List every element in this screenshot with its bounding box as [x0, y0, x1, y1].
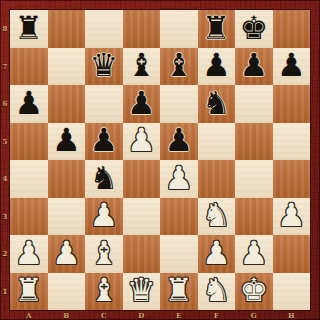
square-e3[interactable] — [160, 198, 198, 236]
white-bishop-c1[interactable]: ♝ — [85, 272, 123, 310]
square-h2[interactable] — [273, 235, 311, 273]
square-f5[interactable] — [198, 123, 236, 161]
square-c7[interactable]: ♛ — [85, 48, 123, 86]
rank-label-4: 4 — [0, 160, 10, 198]
square-e4[interactable]: ♟ — [160, 160, 198, 198]
file-label-e: E — [160, 310, 198, 320]
white-queen-d1[interactable]: ♛ — [123, 272, 161, 310]
white-pawn-d5[interactable]: ♟ — [123, 122, 161, 160]
square-h6[interactable] — [273, 85, 311, 123]
square-h8[interactable] — [273, 10, 311, 48]
chess-board: ♜♜♚♛♝♝♟♟♟♟♟♞♟♟♟♟♞♟♟♞♟♟♟♝♟♟♜♝♛♜♞♚ — [10, 10, 310, 310]
square-g1[interactable]: ♚ — [235, 273, 273, 311]
square-g2[interactable]: ♟ — [235, 235, 273, 273]
square-f6[interactable]: ♞ — [198, 85, 236, 123]
white-pawn-b2[interactable]: ♟ — [48, 234, 86, 272]
square-f4[interactable] — [198, 160, 236, 198]
square-e6[interactable] — [160, 85, 198, 123]
square-c6[interactable] — [85, 85, 123, 123]
file-label-a: A — [10, 310, 48, 320]
square-c4[interactable]: ♞ — [85, 160, 123, 198]
square-d1[interactable]: ♛ — [123, 273, 161, 311]
square-g3[interactable] — [235, 198, 273, 236]
rank-label-2: 2 — [0, 235, 10, 273]
square-e1[interactable]: ♜ — [160, 273, 198, 311]
white-king-g1[interactable]: ♚ — [235, 272, 273, 310]
rank-label-7: 7 — [0, 48, 10, 86]
square-h1[interactable] — [273, 273, 311, 311]
square-h3[interactable]: ♟ — [273, 198, 311, 236]
black-pawn-a6[interactable]: ♟ — [10, 84, 48, 122]
square-h7[interactable]: ♟ — [273, 48, 311, 86]
square-b3[interactable] — [48, 198, 86, 236]
square-b4[interactable] — [48, 160, 86, 198]
square-d7[interactable]: ♝ — [123, 48, 161, 86]
rank-label-6: 6 — [0, 85, 10, 123]
square-d6[interactable]: ♟ — [123, 85, 161, 123]
black-pawn-f7[interactable]: ♟ — [198, 47, 236, 85]
file-label-d: D — [123, 310, 161, 320]
black-rook-a8[interactable]: ♜ — [10, 9, 48, 47]
black-knight-f6[interactable]: ♞ — [198, 84, 236, 122]
black-knight-c4[interactable]: ♞ — [85, 159, 123, 197]
file-label-c: C — [85, 310, 123, 320]
square-d3[interactable] — [123, 198, 161, 236]
square-a3[interactable] — [10, 198, 48, 236]
white-pawn-e4[interactable]: ♟ — [160, 159, 198, 197]
square-b8[interactable] — [48, 10, 86, 48]
square-a8[interactable]: ♜ — [10, 10, 48, 48]
white-knight-f1[interactable]: ♞ — [198, 272, 236, 310]
square-a1[interactable]: ♜ — [10, 273, 48, 311]
square-b1[interactable] — [48, 273, 86, 311]
square-a6[interactable]: ♟ — [10, 85, 48, 123]
white-pawn-f2[interactable]: ♟ — [198, 234, 236, 272]
rank-label-3: 3 — [0, 198, 10, 236]
white-pawn-c3[interactable]: ♟ — [85, 197, 123, 235]
square-a2[interactable]: ♟ — [10, 235, 48, 273]
white-bishop-c2[interactable]: ♝ — [85, 234, 123, 272]
square-d2[interactable] — [123, 235, 161, 273]
file-label-f: F — [198, 310, 236, 320]
black-pawn-h7[interactable]: ♟ — [273, 47, 311, 85]
white-rook-a1[interactable]: ♜ — [10, 272, 48, 310]
square-d4[interactable] — [123, 160, 161, 198]
black-bishop-d7[interactable]: ♝ — [123, 47, 161, 85]
square-f8[interactable]: ♜ — [198, 10, 236, 48]
square-f7[interactable]: ♟ — [198, 48, 236, 86]
white-knight-f3[interactable]: ♞ — [198, 197, 236, 235]
square-c3[interactable]: ♟ — [85, 198, 123, 236]
square-c5[interactable]: ♟ — [85, 123, 123, 161]
square-e7[interactable]: ♝ — [160, 48, 198, 86]
square-d5[interactable]: ♟ — [123, 123, 161, 161]
square-c2[interactable]: ♝ — [85, 235, 123, 273]
square-g4[interactable] — [235, 160, 273, 198]
black-bishop-e7[interactable]: ♝ — [160, 47, 198, 85]
square-g7[interactable]: ♟ — [235, 48, 273, 86]
black-queen-c7[interactable]: ♛ — [85, 47, 123, 85]
square-a5[interactable] — [10, 123, 48, 161]
black-pawn-b5[interactable]: ♟ — [48, 122, 86, 160]
file-label-g: G — [235, 310, 273, 320]
white-pawn-a2[interactable]: ♟ — [10, 234, 48, 272]
square-a4[interactable] — [10, 160, 48, 198]
black-king-g8[interactable]: ♚ — [235, 9, 273, 47]
square-d8[interactable] — [123, 10, 161, 48]
square-f1[interactable]: ♞ — [198, 273, 236, 311]
black-pawn-e5[interactable]: ♟ — [160, 122, 198, 160]
square-b2[interactable]: ♟ — [48, 235, 86, 273]
rank-label-8: 8 — [0, 10, 10, 48]
file-label-h: H — [273, 310, 311, 320]
square-b7[interactable] — [48, 48, 86, 86]
square-f3[interactable]: ♞ — [198, 198, 236, 236]
square-c8[interactable] — [85, 10, 123, 48]
square-g6[interactable] — [235, 85, 273, 123]
square-b5[interactable]: ♟ — [48, 123, 86, 161]
square-g5[interactable] — [235, 123, 273, 161]
square-e8[interactable] — [160, 10, 198, 48]
black-pawn-g7[interactable]: ♟ — [235, 47, 273, 85]
black-pawn-d6[interactable]: ♟ — [123, 84, 161, 122]
white-pawn-g2[interactable]: ♟ — [235, 234, 273, 272]
white-rook-e1[interactable]: ♜ — [160, 272, 198, 310]
square-c1[interactable]: ♝ — [85, 273, 123, 311]
chess-board-frame: ♜♜♚♛♝♝♟♟♟♟♟♞♟♟♟♟♞♟♟♞♟♟♟♝♟♟♜♝♛♜♞♚ 8765432… — [0, 0, 320, 320]
square-b6[interactable] — [48, 85, 86, 123]
rank-label-5: 5 — [0, 123, 10, 161]
square-h4[interactable] — [273, 160, 311, 198]
white-pawn-h3[interactable]: ♟ — [273, 197, 311, 235]
square-f2[interactable]: ♟ — [198, 235, 236, 273]
square-a7[interactable] — [10, 48, 48, 86]
square-g8[interactable]: ♚ — [235, 10, 273, 48]
black-rook-f8[interactable]: ♜ — [198, 9, 236, 47]
file-label-b: B — [48, 310, 86, 320]
square-h5[interactable] — [273, 123, 311, 161]
black-pawn-c5[interactable]: ♟ — [85, 122, 123, 160]
rank-label-1: 1 — [0, 273, 10, 311]
square-e2[interactable] — [160, 235, 198, 273]
square-e5[interactable]: ♟ — [160, 123, 198, 161]
